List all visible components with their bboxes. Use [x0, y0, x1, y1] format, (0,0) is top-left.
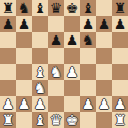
square-f8[interactable]: ♝	[80, 0, 96, 16]
square-h8[interactable]: ♜	[112, 0, 128, 16]
square-c7[interactable]	[32, 16, 48, 32]
square-a6[interactable]	[0, 32, 16, 48]
black-pawn-icon: ♟	[66, 32, 79, 48]
square-f5[interactable]	[80, 48, 96, 64]
white-pawn-icon: ♟	[2, 96, 15, 112]
square-d3[interactable]	[48, 80, 64, 96]
square-e8[interactable]: ♚	[64, 0, 80, 16]
black-knight-icon: ♞	[18, 0, 31, 16]
square-h3[interactable]	[112, 80, 128, 96]
white-queen-icon: ♛	[50, 112, 63, 128]
black-bishop-icon: ♝	[34, 0, 47, 16]
black-bishop-icon: ♝	[82, 0, 95, 16]
square-g6[interactable]	[96, 32, 112, 48]
square-f1[interactable]	[80, 112, 96, 128]
black-pawn-icon: ♟	[98, 16, 111, 32]
black-rook-icon: ♜	[2, 0, 15, 16]
black-knight-icon: ♞	[82, 32, 95, 48]
square-g2[interactable]: ♟	[96, 96, 112, 112]
square-d2[interactable]	[48, 96, 64, 112]
square-a8[interactable]: ♜	[0, 0, 16, 16]
square-g1[interactable]	[96, 112, 112, 128]
black-pawn-icon: ♟	[2, 16, 15, 32]
square-e6[interactable]: ♟	[64, 32, 80, 48]
square-f3[interactable]	[80, 80, 96, 96]
black-queen-icon: ♛	[50, 0, 63, 16]
chess-board: ♜♞♝♛♚♝♜♟♟♟♟♟♟♟♞♝♞♟♞♟♟♟♟♟♟♜♝♛♚♜	[0, 0, 128, 128]
white-pawn-icon: ♟	[114, 96, 127, 112]
square-g3[interactable]	[96, 80, 112, 96]
square-e7[interactable]	[64, 16, 80, 32]
black-pawn-icon: ♟	[18, 16, 31, 32]
square-b2[interactable]: ♟	[16, 96, 32, 112]
square-d1[interactable]: ♛	[48, 112, 64, 128]
square-f4[interactable]	[80, 64, 96, 80]
white-rook-icon: ♜	[2, 112, 15, 128]
square-c2[interactable]: ♟	[32, 96, 48, 112]
white-pawn-icon: ♟	[34, 96, 47, 112]
square-b6[interactable]	[16, 32, 32, 48]
square-g7[interactable]: ♟	[96, 16, 112, 32]
square-f2[interactable]: ♟	[80, 96, 96, 112]
white-pawn-icon: ♟	[18, 96, 31, 112]
white-bishop-icon: ♝	[34, 112, 47, 128]
white-knight-icon: ♞	[50, 64, 63, 80]
white-rook-icon: ♜	[114, 112, 127, 128]
square-c3[interactable]: ♞	[32, 80, 48, 96]
square-a4[interactable]	[0, 64, 16, 80]
black-rook-icon: ♜	[114, 0, 127, 16]
square-h2[interactable]: ♟	[112, 96, 128, 112]
white-pawn-icon: ♟	[66, 64, 79, 80]
white-king-icon: ♚	[66, 112, 79, 128]
square-b7[interactable]: ♟	[16, 16, 32, 32]
white-knight-icon: ♞	[34, 80, 47, 96]
square-h5[interactable]	[112, 48, 128, 64]
square-a7[interactable]: ♟	[0, 16, 16, 32]
white-bishop-icon: ♝	[34, 64, 47, 80]
square-f7[interactable]: ♟	[80, 16, 96, 32]
square-c6[interactable]	[32, 32, 48, 48]
square-h1[interactable]: ♜	[112, 112, 128, 128]
square-e2[interactable]	[64, 96, 80, 112]
square-c4[interactable]: ♝	[32, 64, 48, 80]
square-a5[interactable]	[0, 48, 16, 64]
black-pawn-icon: ♟	[50, 32, 63, 48]
square-g8[interactable]	[96, 0, 112, 16]
square-h4[interactable]	[112, 64, 128, 80]
square-g5[interactable]	[96, 48, 112, 64]
square-g4[interactable]	[96, 64, 112, 80]
square-f6[interactable]: ♞	[80, 32, 96, 48]
white-pawn-icon: ♟	[82, 96, 95, 112]
square-a3[interactable]	[0, 80, 16, 96]
black-king-icon: ♚	[66, 0, 79, 16]
square-h7[interactable]: ♟	[112, 16, 128, 32]
square-d7[interactable]	[48, 16, 64, 32]
square-d4[interactable]: ♞	[48, 64, 64, 80]
square-b5[interactable]	[16, 48, 32, 64]
square-e5[interactable]	[64, 48, 80, 64]
square-a1[interactable]: ♜	[0, 112, 16, 128]
square-e3[interactable]	[64, 80, 80, 96]
square-e4[interactable]: ♟	[64, 64, 80, 80]
black-pawn-icon: ♟	[114, 16, 127, 32]
black-pawn-icon: ♟	[82, 16, 95, 32]
square-b1[interactable]	[16, 112, 32, 128]
square-b4[interactable]	[16, 64, 32, 80]
square-c1[interactable]: ♝	[32, 112, 48, 128]
square-d8[interactable]: ♛	[48, 0, 64, 16]
square-d5[interactable]	[48, 48, 64, 64]
square-h6[interactable]	[112, 32, 128, 48]
square-b8[interactable]: ♞	[16, 0, 32, 16]
square-b3[interactable]	[16, 80, 32, 96]
square-c8[interactable]: ♝	[32, 0, 48, 16]
square-a2[interactable]: ♟	[0, 96, 16, 112]
square-e1[interactable]: ♚	[64, 112, 80, 128]
square-c5[interactable]	[32, 48, 48, 64]
square-d6[interactable]: ♟	[48, 32, 64, 48]
white-pawn-icon: ♟	[98, 96, 111, 112]
